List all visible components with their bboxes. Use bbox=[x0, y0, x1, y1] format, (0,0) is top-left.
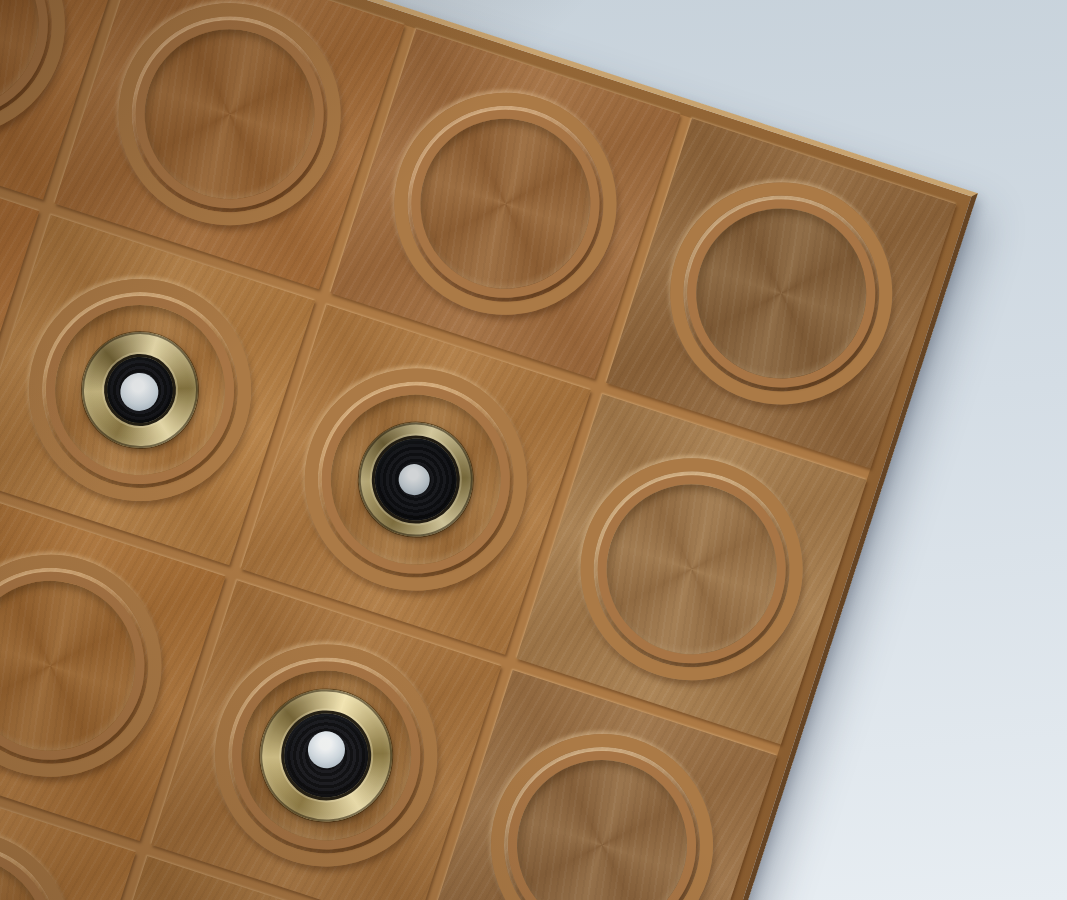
ring-molding bbox=[0, 526, 190, 806]
ring-inner-molding bbox=[297, 361, 534, 598]
lens-fixture bbox=[344, 408, 488, 552]
recessed-field bbox=[123, 7, 337, 221]
ring-molding bbox=[186, 616, 466, 896]
recessed-field bbox=[398, 97, 612, 311]
ring-molding bbox=[366, 64, 646, 344]
recessed-field bbox=[0, 559, 157, 773]
ring-inner-molding bbox=[0, 823, 79, 900]
ring-molding bbox=[552, 429, 832, 709]
ring-inner-molding bbox=[573, 451, 810, 688]
lens-barrel bbox=[273, 702, 379, 808]
ring-inner-molding bbox=[22, 272, 259, 509]
recessed-field bbox=[0, 835, 68, 900]
lens-fixture bbox=[67, 317, 213, 463]
recessed-field bbox=[495, 738, 709, 900]
lens-fixture bbox=[243, 672, 409, 838]
lens-barrel bbox=[98, 348, 181, 431]
ring-inner-molding bbox=[387, 85, 624, 322]
ring-inner-molding bbox=[484, 727, 721, 900]
photo-canvas bbox=[0, 0, 1067, 900]
lens-orb bbox=[115, 368, 163, 416]
ring-inner-molding bbox=[0, 0, 72, 143]
ring-inner-molding bbox=[111, 0, 348, 233]
lens-orb bbox=[394, 459, 433, 498]
ring-inner-molding bbox=[208, 637, 445, 874]
recessed-field bbox=[585, 462, 799, 676]
ring-molding bbox=[0, 250, 280, 530]
panel-grid bbox=[0, 0, 956, 900]
ring-inner-molding bbox=[663, 175, 900, 412]
recessed-field bbox=[674, 186, 888, 400]
ring-inner-molding bbox=[0, 547, 169, 784]
recessed-field bbox=[33, 283, 247, 497]
lens-barrel bbox=[364, 428, 467, 531]
ring-molding bbox=[641, 154, 921, 434]
ring-molding bbox=[462, 705, 742, 900]
recessed-field bbox=[309, 373, 523, 587]
lens-orb bbox=[303, 726, 350, 773]
wood-panel bbox=[0, 0, 978, 900]
ring-molding bbox=[90, 0, 370, 254]
recessed-field bbox=[0, 0, 61, 132]
ring-molding bbox=[276, 340, 556, 620]
recessed-field bbox=[219, 648, 433, 862]
